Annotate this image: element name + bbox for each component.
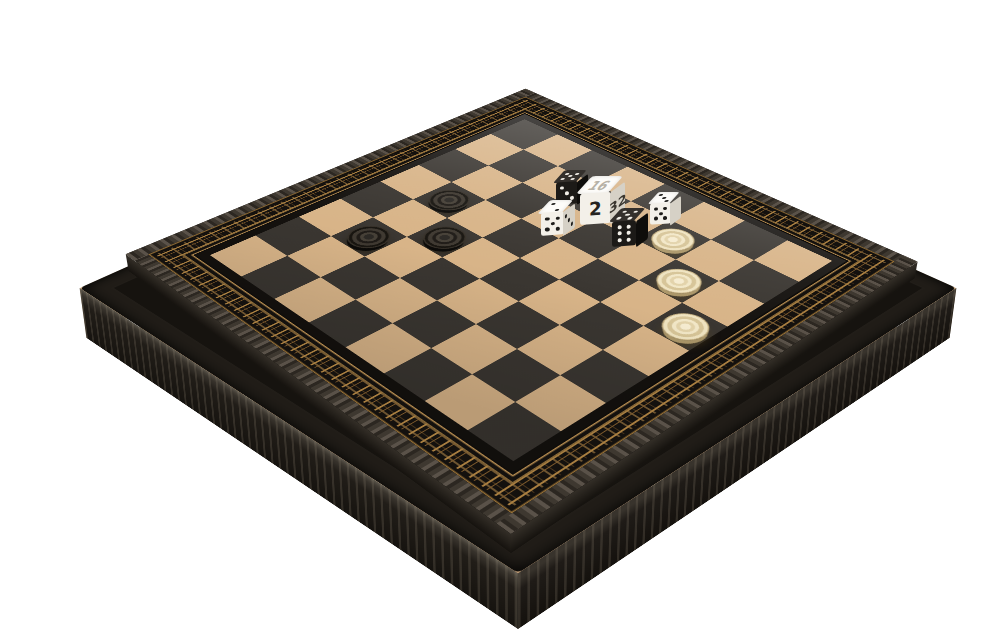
board-square bbox=[384, 348, 472, 401]
board-square bbox=[517, 325, 603, 375]
die-face-front bbox=[650, 203, 671, 226]
board-square bbox=[519, 279, 601, 324]
board-square bbox=[309, 300, 392, 348]
die-face-right bbox=[563, 204, 575, 237]
board-square bbox=[682, 281, 764, 327]
black-die-2 bbox=[612, 208, 650, 248]
die-pip bbox=[626, 231, 631, 235]
die-pip bbox=[567, 175, 573, 177]
light-checker bbox=[652, 307, 719, 345]
die-pip bbox=[569, 178, 575, 180]
die-pip bbox=[632, 211, 639, 213]
white-die-small bbox=[541, 200, 577, 238]
die-pip bbox=[659, 212, 663, 216]
die-pip bbox=[626, 237, 631, 241]
die-pip bbox=[571, 221, 573, 226]
die-pip bbox=[617, 225, 622, 229]
doubling-cube-front-label: 2 bbox=[580, 192, 611, 225]
die-pip bbox=[565, 173, 571, 175]
board-square bbox=[559, 259, 639, 302]
die-face-front bbox=[612, 220, 636, 246]
product-photo-scene: 16232 bbox=[0, 0, 1000, 644]
die-pip bbox=[565, 191, 569, 195]
checkers-board bbox=[126, 89, 918, 534]
board-square bbox=[321, 257, 400, 300]
die-pip bbox=[545, 228, 549, 232]
die-pip bbox=[654, 217, 658, 221]
die-pip bbox=[624, 214, 631, 216]
die-face-front: 2 bbox=[580, 192, 611, 225]
die-pip bbox=[555, 217, 559, 221]
die-pip bbox=[555, 227, 559, 231]
die-pip bbox=[555, 208, 561, 210]
board-square bbox=[476, 301, 560, 349]
board-square bbox=[479, 258, 559, 301]
die-pip bbox=[622, 211, 629, 213]
die-pip bbox=[617, 232, 622, 236]
board-square bbox=[560, 302, 644, 350]
die-face-front bbox=[541, 212, 564, 237]
die-pip bbox=[550, 222, 554, 226]
die-pip bbox=[616, 217, 623, 219]
die-pip bbox=[663, 207, 667, 211]
board-square bbox=[472, 349, 560, 402]
die-pip bbox=[658, 194, 664, 196]
die-pip bbox=[663, 217, 667, 221]
white-die-right bbox=[650, 192, 683, 227]
light-checker bbox=[647, 264, 711, 299]
die-pip bbox=[654, 208, 658, 212]
board-square bbox=[643, 303, 727, 351]
board-square bbox=[425, 374, 515, 430]
board-square bbox=[431, 324, 517, 374]
die-pip bbox=[626, 225, 631, 229]
die-pip bbox=[574, 173, 580, 175]
die-face-right bbox=[636, 212, 648, 246]
die-pip bbox=[661, 197, 667, 199]
die-pip bbox=[560, 186, 564, 190]
die-pip bbox=[545, 217, 549, 221]
die-pip bbox=[550, 203, 556, 205]
die-pip bbox=[560, 178, 566, 180]
die-pip bbox=[627, 217, 634, 219]
die-pip bbox=[617, 238, 622, 242]
